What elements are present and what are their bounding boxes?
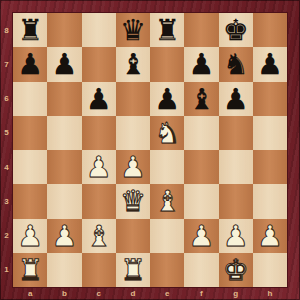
- piece-white-rook[interactable]: ♜︎: [17, 253, 43, 287]
- square-h3[interactable]: [253, 184, 287, 218]
- square-d3[interactable]: ♛︎: [116, 184, 150, 218]
- piece-black-pawn[interactable]: ♟︎: [51, 47, 77, 81]
- piece-white-rook[interactable]: ♜︎: [120, 253, 146, 287]
- piece-black-rook[interactable]: ♜︎: [17, 13, 43, 47]
- file-label-f: f: [184, 287, 218, 300]
- square-b7[interactable]: ♟︎: [47, 47, 81, 81]
- square-b2[interactable]: ♟︎: [47, 219, 81, 253]
- square-f8[interactable]: [184, 13, 218, 47]
- piece-black-queen[interactable]: ♛︎: [120, 13, 146, 47]
- file-label-g: g: [219, 287, 253, 300]
- rank-label-5: 5: [0, 116, 13, 150]
- piece-white-pawn[interactable]: ♟︎: [223, 219, 249, 253]
- rank-label-8: 8: [0, 13, 13, 47]
- square-a2[interactable]: ♟︎: [13, 219, 47, 253]
- piece-white-queen[interactable]: ♛︎: [120, 184, 146, 218]
- square-f7[interactable]: ♟︎: [184, 47, 218, 81]
- square-e1[interactable]: [150, 253, 184, 287]
- piece-white-knight[interactable]: ♞︎: [154, 116, 180, 150]
- square-f3[interactable]: [184, 184, 218, 218]
- square-a7[interactable]: ♟︎: [13, 47, 47, 81]
- square-a3[interactable]: [13, 184, 47, 218]
- piece-black-bishop[interactable]: ♝︎: [120, 47, 146, 81]
- square-h2[interactable]: ♟︎: [253, 219, 287, 253]
- square-d7[interactable]: ♝︎: [116, 47, 150, 81]
- square-b1[interactable]: [47, 253, 81, 287]
- square-d2[interactable]: [116, 219, 150, 253]
- square-f2[interactable]: ♟︎: [184, 219, 218, 253]
- square-h5[interactable]: [253, 116, 287, 150]
- square-h1[interactable]: [253, 253, 287, 287]
- file-label-c: c: [82, 287, 116, 300]
- square-e6[interactable]: ♟︎: [150, 82, 184, 116]
- file-label-b: b: [47, 287, 81, 300]
- square-e2[interactable]: [150, 219, 184, 253]
- square-d1[interactable]: ♜︎: [116, 253, 150, 287]
- file-label-a: a: [13, 287, 47, 300]
- square-c4[interactable]: ♟︎: [82, 150, 116, 184]
- rank-label-2: 2: [0, 219, 13, 253]
- square-e7[interactable]: [150, 47, 184, 81]
- square-b8[interactable]: [47, 13, 81, 47]
- square-g7[interactable]: ♞︎: [219, 47, 253, 81]
- rank-label-3: 3: [0, 184, 13, 218]
- square-g3[interactable]: [219, 184, 253, 218]
- square-g4[interactable]: [219, 150, 253, 184]
- piece-white-bishop[interactable]: ♝︎: [154, 184, 180, 218]
- square-a8[interactable]: ♜︎: [13, 13, 47, 47]
- square-c1[interactable]: [82, 253, 116, 287]
- square-g8[interactable]: ♚︎: [219, 13, 253, 47]
- piece-white-pawn[interactable]: ♟︎: [86, 150, 112, 184]
- square-c7[interactable]: [82, 47, 116, 81]
- piece-white-pawn[interactable]: ♟︎: [188, 219, 214, 253]
- piece-white-king[interactable]: ♚︎: [223, 253, 249, 287]
- square-h4[interactable]: [253, 150, 287, 184]
- piece-black-king[interactable]: ♚︎: [223, 13, 249, 47]
- rank-label-4: 4: [0, 150, 13, 184]
- square-f5[interactable]: [184, 116, 218, 150]
- square-c3[interactable]: [82, 184, 116, 218]
- square-c8[interactable]: [82, 13, 116, 47]
- square-h6[interactable]: [253, 82, 287, 116]
- square-g1[interactable]: ♚︎: [219, 253, 253, 287]
- square-d8[interactable]: ♛︎: [116, 13, 150, 47]
- square-f6[interactable]: ♝︎: [184, 82, 218, 116]
- piece-black-bishop[interactable]: ♝︎: [188, 82, 214, 116]
- rank-label-7: 7: [0, 47, 13, 81]
- piece-white-pawn[interactable]: ♟︎: [257, 219, 283, 253]
- square-e3[interactable]: ♝︎: [150, 184, 184, 218]
- piece-white-bishop[interactable]: ♝︎: [86, 219, 112, 253]
- square-h7[interactable]: ♟︎: [253, 47, 287, 81]
- piece-white-pawn[interactable]: ♟︎: [51, 219, 77, 253]
- piece-black-pawn[interactable]: ♟︎: [223, 82, 249, 116]
- square-e5[interactable]: ♞︎: [150, 116, 184, 150]
- square-a1[interactable]: ♜︎: [13, 253, 47, 287]
- square-b4[interactable]: [47, 150, 81, 184]
- piece-black-knight[interactable]: ♞︎: [223, 47, 249, 81]
- square-e4[interactable]: [150, 150, 184, 184]
- square-a5[interactable]: [13, 116, 47, 150]
- chess-board: ♜︎♛︎♜︎♚︎♟︎♟︎♝︎♟︎♞︎♟︎♟︎♟︎♝︎♟︎♞︎♟︎♟︎♛︎♝︎♟︎…: [13, 13, 287, 287]
- square-b5[interactable]: [47, 116, 81, 150]
- piece-black-pawn[interactable]: ♟︎: [86, 82, 112, 116]
- square-c2[interactable]: ♝︎: [82, 219, 116, 253]
- square-d5[interactable]: [116, 116, 150, 150]
- rank-label-6: 6: [0, 82, 13, 116]
- piece-black-pawn[interactable]: ♟︎: [17, 47, 43, 81]
- piece-black-pawn[interactable]: ♟︎: [257, 47, 283, 81]
- file-label-e: e: [150, 287, 184, 300]
- square-c5[interactable]: [82, 116, 116, 150]
- piece-black-pawn[interactable]: ♟︎: [154, 82, 180, 116]
- square-a6[interactable]: [13, 82, 47, 116]
- square-b3[interactable]: [47, 184, 81, 218]
- square-d6[interactable]: [116, 82, 150, 116]
- square-g5[interactable]: [219, 116, 253, 150]
- piece-black-pawn[interactable]: ♟︎: [188, 47, 214, 81]
- file-label-h: h: [253, 287, 287, 300]
- rank-label-1: 1: [0, 253, 13, 287]
- file-label-d: d: [116, 287, 150, 300]
- chess-diagram: ♜︎♛︎♜︎♚︎♟︎♟︎♝︎♟︎♞︎♟︎♟︎♟︎♝︎♟︎♞︎♟︎♟︎♛︎♝︎♟︎…: [0, 0, 300, 300]
- square-g2[interactable]: ♟︎: [219, 219, 253, 253]
- piece-white-pawn[interactable]: ♟︎: [17, 219, 43, 253]
- square-d4[interactable]: ♟︎: [116, 150, 150, 184]
- square-a4[interactable]: [13, 150, 47, 184]
- piece-white-pawn[interactable]: ♟︎: [120, 150, 146, 184]
- square-g6[interactable]: ♟︎: [219, 82, 253, 116]
- square-h8[interactable]: [253, 13, 287, 47]
- square-c6[interactable]: ♟︎: [82, 82, 116, 116]
- square-b6[interactable]: [47, 82, 81, 116]
- square-f4[interactable]: [184, 150, 218, 184]
- piece-black-rook[interactable]: ♜︎: [154, 13, 180, 47]
- square-f1[interactable]: [184, 253, 218, 287]
- square-e8[interactable]: ♜︎: [150, 13, 184, 47]
